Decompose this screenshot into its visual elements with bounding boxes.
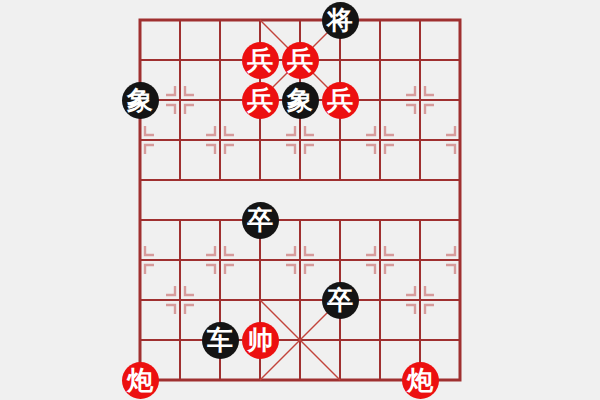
piece-red-cannon[interactable]: 炮: [402, 362, 439, 399]
xiangqi-board: 将兵兵象兵象兵卒卒车帅炮炮: [0, 0, 600, 400]
piece-red-cannon[interactable]: 炮: [122, 362, 159, 399]
piece-black-elephant[interactable]: 象: [282, 82, 319, 119]
piece-black-soldier[interactable]: 卒: [242, 202, 279, 239]
piece-black-chariot[interactable]: 车: [202, 322, 239, 359]
piece-red-soldier[interactable]: 兵: [282, 42, 319, 79]
piece-black-soldier[interactable]: 卒: [322, 282, 359, 319]
piece-red-soldier[interactable]: 兵: [322, 82, 359, 119]
piece-black-general[interactable]: 将: [322, 2, 359, 39]
piece-red-soldier[interactable]: 兵: [242, 82, 279, 119]
piece-black-elephant[interactable]: 象: [122, 82, 159, 119]
piece-red-general[interactable]: 帅: [242, 322, 279, 359]
pieces-layer: 将兵兵象兵象兵卒卒车帅炮炮: [120, 0, 480, 400]
piece-red-soldier[interactable]: 兵: [242, 42, 279, 79]
